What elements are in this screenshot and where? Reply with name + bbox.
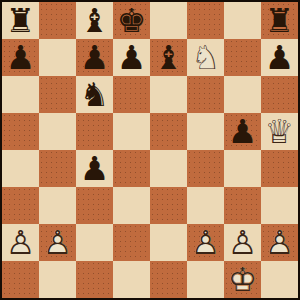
piece-black-knight: ♞ (76, 76, 113, 113)
square-h4[interactable] (261, 150, 298, 187)
piece-white-pawn-fill: ♟ (2, 224, 39, 261)
square-b4[interactable] (39, 150, 76, 187)
square-f1[interactable] (187, 261, 224, 298)
piece-black-pawn: ♟ (224, 113, 261, 150)
piece-white-pawn-fill: ♟ (39, 224, 76, 261)
square-e8[interactable] (150, 2, 187, 39)
square-h6[interactable] (261, 76, 298, 113)
square-h8[interactable]: ♜ (261, 2, 298, 39)
square-a6[interactable] (2, 76, 39, 113)
piece-white-knight: ♘ (187, 39, 224, 76)
square-b1[interactable] (39, 261, 76, 298)
square-c8[interactable]: ♝ (76, 2, 113, 39)
square-h1[interactable] (261, 261, 298, 298)
square-g7[interactable] (224, 39, 261, 76)
square-c5[interactable] (76, 113, 113, 150)
square-f7[interactable]: ♞♘ (187, 39, 224, 76)
square-f6[interactable] (187, 76, 224, 113)
square-a1[interactable] (2, 261, 39, 298)
piece-white-knight-fill: ♞ (187, 39, 224, 76)
square-h5[interactable]: ♛♕ (261, 113, 298, 150)
piece-white-queen-fill: ♛ (261, 113, 298, 150)
square-f3[interactable] (187, 187, 224, 224)
piece-black-pawn: ♟ (76, 150, 113, 187)
square-g8[interactable] (224, 2, 261, 39)
square-b6[interactable] (39, 76, 76, 113)
square-e7[interactable]: ♝ (150, 39, 187, 76)
piece-white-pawn-fill: ♟ (187, 224, 224, 261)
square-d3[interactable] (113, 187, 150, 224)
square-a8[interactable]: ♜ (2, 2, 39, 39)
square-a3[interactable] (2, 187, 39, 224)
piece-black-pawn: ♟ (2, 39, 39, 76)
piece-white-pawn-fill: ♟ (224, 224, 261, 261)
square-c3[interactable] (76, 187, 113, 224)
piece-black-rook: ♜ (261, 2, 298, 39)
square-a2[interactable]: ♟♙ (2, 224, 39, 261)
piece-white-pawn: ♙ (2, 224, 39, 261)
square-h7[interactable]: ♟ (261, 39, 298, 76)
square-d1[interactable] (113, 261, 150, 298)
chess-board: ♜♝♚♜♟♟♟♝♞♘♟♞♟♛♕♟♟♙♟♙♟♙♟♙♟♙♚♔ (0, 0, 300, 300)
piece-black-pawn: ♟ (113, 39, 150, 76)
piece-black-bishop: ♝ (150, 39, 187, 76)
square-d7[interactable]: ♟ (113, 39, 150, 76)
square-d2[interactable] (113, 224, 150, 261)
square-e2[interactable] (150, 224, 187, 261)
piece-white-pawn-fill: ♟ (261, 224, 298, 261)
square-a5[interactable] (2, 113, 39, 150)
piece-black-pawn: ♟ (76, 39, 113, 76)
square-c1[interactable] (76, 261, 113, 298)
chess-board-container: ♜♝♚♜♟♟♟♝♞♘♟♞♟♛♕♟♟♙♟♙♟♙♟♙♟♙♚♔ (0, 0, 300, 300)
square-b5[interactable] (39, 113, 76, 150)
piece-white-king: ♔ (224, 261, 261, 298)
square-g6[interactable] (224, 76, 261, 113)
square-e4[interactable] (150, 150, 187, 187)
piece-white-queen: ♕ (261, 113, 298, 150)
square-f4[interactable] (187, 150, 224, 187)
square-g4[interactable] (224, 150, 261, 187)
square-d4[interactable] (113, 150, 150, 187)
square-d5[interactable] (113, 113, 150, 150)
square-e5[interactable] (150, 113, 187, 150)
piece-white-king-fill: ♚ (224, 261, 261, 298)
piece-white-pawn: ♙ (187, 224, 224, 261)
square-f8[interactable] (187, 2, 224, 39)
square-c6[interactable]: ♞ (76, 76, 113, 113)
square-b8[interactable] (39, 2, 76, 39)
square-e3[interactable] (150, 187, 187, 224)
piece-black-rook: ♜ (2, 2, 39, 39)
square-e1[interactable] (150, 261, 187, 298)
square-a7[interactable]: ♟ (2, 39, 39, 76)
square-f5[interactable] (187, 113, 224, 150)
square-a4[interactable] (2, 150, 39, 187)
piece-white-pawn: ♙ (261, 224, 298, 261)
square-f2[interactable]: ♟♙ (187, 224, 224, 261)
square-b7[interactable] (39, 39, 76, 76)
piece-black-bishop: ♝ (76, 2, 113, 39)
square-c4[interactable]: ♟ (76, 150, 113, 187)
square-d6[interactable] (113, 76, 150, 113)
square-c2[interactable] (76, 224, 113, 261)
piece-white-pawn: ♙ (39, 224, 76, 261)
square-h2[interactable]: ♟♙ (261, 224, 298, 261)
square-g2[interactable]: ♟♙ (224, 224, 261, 261)
square-g3[interactable] (224, 187, 261, 224)
square-b3[interactable] (39, 187, 76, 224)
square-g5[interactable]: ♟ (224, 113, 261, 150)
square-d8[interactable]: ♚ (113, 2, 150, 39)
piece-black-king: ♚ (113, 2, 150, 39)
square-g1[interactable]: ♚♔ (224, 261, 261, 298)
piece-white-pawn: ♙ (224, 224, 261, 261)
square-b2[interactable]: ♟♙ (39, 224, 76, 261)
piece-black-pawn: ♟ (261, 39, 298, 76)
square-c7[interactable]: ♟ (76, 39, 113, 76)
square-e6[interactable] (150, 76, 187, 113)
square-h3[interactable] (261, 187, 298, 224)
